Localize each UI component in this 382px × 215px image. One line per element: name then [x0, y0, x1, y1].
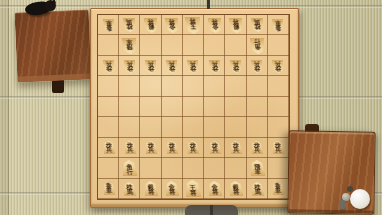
board-cell-3b[interactable] [225, 35, 246, 55]
piece-P[interactable]: 歩兵 [229, 141, 242, 154]
piece-p[interactable]: 歩兵 [229, 60, 242, 73]
board-cell-2b[interactable]: 角行 [247, 35, 268, 55]
piece-N[interactable]: 桂馬 [123, 182, 137, 196]
piece-p[interactable]: 歩兵 [187, 60, 200, 73]
piece-kanji: 歩兵 [105, 60, 112, 72]
piece-G[interactable]: 金将 [164, 181, 180, 196]
board-cell-5e[interactable] [183, 97, 204, 117]
board-cell-3e[interactable] [225, 97, 246, 117]
board-cell-3f[interactable] [225, 117, 246, 137]
piece-kanji: 銀将 [232, 184, 239, 196]
piece-N[interactable]: 桂馬 [250, 182, 264, 196]
board-cell-3c[interactable]: 歩兵 [225, 56, 246, 76]
piece-kanji: 歩兵 [147, 142, 154, 154]
white-figurine-ball [350, 189, 370, 209]
piece-kanji: 香車 [105, 19, 112, 31]
board-cell-2d[interactable] [247, 76, 268, 96]
piece-s[interactable]: 銀将 [228, 18, 244, 33]
board-cell-4d[interactable] [204, 76, 225, 96]
board-cell-2a[interactable]: 桂馬 [247, 15, 268, 35]
board-cell-6e[interactable] [162, 97, 183, 117]
board-cell-5d[interactable] [183, 76, 204, 96]
board-cell-8d[interactable] [119, 76, 140, 96]
board-cell-5b[interactable] [183, 35, 204, 55]
board-cell-8f[interactable] [119, 117, 140, 137]
board-cell-3d[interactable] [225, 76, 246, 96]
board-cell-4b[interactable] [204, 35, 225, 55]
board-cell-7h[interactable] [140, 158, 161, 178]
piece-S[interactable]: 銀将 [143, 181, 159, 196]
board-cell-6g[interactable]: 歩兵 [162, 138, 183, 158]
left-komadai[interactable] [15, 9, 92, 82]
piece-l[interactable]: 香車 [102, 19, 115, 32]
piece-kanji: 桂馬 [254, 184, 261, 196]
piece-kanji: 飛車 [254, 164, 261, 176]
board-cell-1c[interactable]: 歩兵 [268, 56, 289, 76]
board-cell-4c[interactable]: 歩兵 [204, 56, 225, 76]
board-cell-7b[interactable] [140, 35, 161, 55]
board-cell-9d[interactable] [98, 76, 119, 96]
board-cell-3a[interactable]: 銀将 [225, 15, 246, 35]
board-cell-6c[interactable]: 歩兵 [162, 56, 183, 76]
board-cell-5a[interactable]: 玉将 [183, 15, 204, 35]
piece-S[interactable]: 銀将 [228, 181, 244, 196]
board-cell-6f[interactable] [162, 117, 183, 137]
piece-kanji: 香車 [275, 183, 282, 195]
piece-k[interactable]: 玉将 [185, 17, 203, 34]
piece-kanji: 銀将 [147, 18, 154, 30]
piece-B[interactable]: 角行 [121, 160, 138, 176]
piece-p[interactable]: 歩兵 [208, 60, 221, 73]
piece-l[interactable]: 香車 [272, 19, 285, 32]
piece-kanji: 歩兵 [190, 60, 197, 72]
piece-g[interactable]: 金将 [164, 18, 180, 33]
piece-P[interactable]: 歩兵 [208, 141, 221, 154]
board-cell-8h[interactable]: 角行 [119, 158, 140, 178]
piece-kanji: 桂馬 [126, 184, 133, 196]
piece-kanji: 歩兵 [147, 60, 154, 72]
piece-R[interactable]: 飛車 [249, 160, 266, 176]
white-figurine-part [339, 200, 346, 209]
board-cell-1f[interactable] [268, 117, 289, 137]
piece-kanji: 金将 [168, 18, 175, 30]
piece-p[interactable]: 歩兵 [123, 60, 136, 73]
board-cell-5h[interactable] [183, 158, 204, 178]
board-cell-3h[interactable] [225, 158, 246, 178]
piece-n[interactable]: 桂馬 [250, 18, 264, 32]
piece-kanji: 香車 [105, 183, 112, 195]
piece-kanji: 歩兵 [275, 60, 282, 72]
board-cell-4f[interactable] [204, 117, 225, 137]
piece-kanji: 金将 [211, 184, 218, 196]
black-figurine [25, 0, 59, 20]
board-cell-9e[interactable] [98, 97, 119, 117]
piece-r[interactable]: 飛車 [121, 38, 138, 54]
piece-K[interactable]: 王将 [185, 180, 203, 197]
board-cell-6b[interactable] [162, 35, 183, 55]
piece-kanji: 桂馬 [126, 18, 133, 30]
piece-P[interactable]: 歩兵 [250, 141, 263, 154]
piece-kanji: 桂馬 [253, 18, 260, 30]
shogi-board: 香車桂馬銀将金将玉将金将銀将桂馬香車飛車角行歩兵歩兵歩兵歩兵歩兵歩兵歩兵歩兵歩兵… [90, 8, 299, 208]
piece-P[interactable]: 歩兵 [187, 141, 200, 154]
piece-s[interactable]: 銀将 [143, 18, 159, 33]
board-cell-7e[interactable] [140, 97, 161, 117]
piece-kanji: 王将 [190, 185, 197, 197]
board-cell-7g[interactable]: 歩兵 [140, 138, 161, 158]
board-cell-2h[interactable]: 飛車 [247, 158, 268, 178]
board-cell-7c[interactable]: 歩兵 [140, 56, 161, 76]
board-cell-8b[interactable]: 飛車 [119, 35, 140, 55]
piece-kanji: 歩兵 [169, 142, 176, 154]
board-grid: 香車桂馬銀将金将玉将金将銀将桂馬香車飛車角行歩兵歩兵歩兵歩兵歩兵歩兵歩兵歩兵歩兵… [97, 14, 290, 200]
piece-kanji: 銀将 [148, 184, 155, 196]
sente-player-knees [185, 205, 238, 215]
board-cell-8e[interactable] [119, 97, 140, 117]
board-cell-8a[interactable]: 桂馬 [119, 15, 140, 35]
piece-p[interactable]: 歩兵 [102, 60, 115, 73]
board-cell-9b[interactable] [98, 35, 119, 55]
board-cell-2c[interactable]: 歩兵 [247, 56, 268, 76]
board-cell-4h[interactable] [204, 158, 225, 178]
board-cell-8g[interactable]: 歩兵 [119, 138, 140, 158]
piece-kanji: 歩兵 [232, 60, 239, 72]
board-cell-4i[interactable]: 金将 [204, 179, 225, 199]
piece-P[interactable]: 歩兵 [166, 141, 179, 154]
board-cell-1a[interactable]: 香車 [268, 15, 289, 35]
piece-n[interactable]: 桂馬 [123, 18, 137, 32]
board-cell-9h[interactable] [98, 158, 119, 178]
piece-kanji: 玉将 [190, 17, 197, 29]
board-cell-4g[interactable]: 歩兵 [204, 138, 225, 158]
board-cell-6h[interactable] [162, 158, 183, 178]
board-cell-6d[interactable] [162, 76, 183, 96]
piece-kanji: 歩兵 [126, 60, 133, 72]
gote-player-knees [182, 0, 236, 9]
board-cell-7d[interactable] [140, 76, 161, 96]
board-cell-5i[interactable]: 王将 [183, 179, 204, 199]
piece-p[interactable]: 歩兵 [166, 60, 179, 73]
board-cell-1h[interactable] [268, 158, 289, 178]
board-cell-1d[interactable] [268, 76, 289, 96]
board-cell-9i[interactable]: 香車 [98, 179, 119, 199]
piece-p[interactable]: 歩兵 [144, 60, 157, 73]
piece-kanji: 歩兵 [211, 142, 218, 154]
knees-split [207, 0, 210, 9]
piece-P[interactable]: 歩兵 [102, 141, 115, 154]
piece-P[interactable]: 歩兵 [272, 141, 285, 154]
tatami-edge-strip [0, 0, 9, 215]
board-cell-1g[interactable]: 歩兵 [268, 138, 289, 158]
piece-p[interactable]: 歩兵 [250, 60, 263, 73]
piece-p[interactable]: 歩兵 [272, 60, 285, 73]
piece-kanji: 飛車 [126, 38, 133, 50]
piece-kanji: 歩兵 [105, 142, 112, 154]
piece-g[interactable]: 金将 [207, 18, 223, 33]
board-cell-4e[interactable] [204, 97, 225, 117]
board-cell-6a[interactable]: 金将 [162, 15, 183, 35]
board-cell-1e[interactable] [268, 97, 289, 117]
board-cell-1i[interactable]: 香車 [268, 179, 289, 199]
board-cell-9c[interactable]: 歩兵 [98, 56, 119, 76]
piece-kanji: 香車 [275, 19, 282, 31]
board-cell-5c[interactable]: 歩兵 [183, 56, 204, 76]
piece-L[interactable]: 香車 [102, 182, 115, 195]
piece-kanji: 歩兵 [169, 60, 176, 72]
left-komadai-leg [52, 79, 64, 93]
board-cell-9f[interactable] [98, 117, 119, 137]
piece-kanji: 歩兵 [211, 60, 218, 72]
board-cell-2g[interactable]: 歩兵 [247, 138, 268, 158]
board-cell-4a[interactable]: 金将 [204, 15, 225, 35]
piece-kanji: 角行 [253, 38, 260, 50]
piece-kanji: 金将 [211, 18, 218, 30]
board-cell-2e[interactable] [247, 97, 268, 117]
board-cell-2i[interactable]: 桂馬 [247, 179, 268, 199]
board-cell-2f[interactable] [247, 117, 268, 137]
piece-P[interactable]: 歩兵 [123, 141, 136, 154]
piece-kanji: 歩兵 [190, 142, 197, 154]
piece-kanji: 銀将 [232, 18, 239, 30]
piece-kanji: 歩兵 [126, 142, 133, 154]
board-cell-1b[interactable] [268, 35, 289, 55]
board-cell-7i[interactable]: 銀将 [140, 179, 161, 199]
piece-kanji: 歩兵 [253, 60, 260, 72]
piece-kanji: 歩兵 [232, 142, 239, 154]
board-cell-5f[interactable] [183, 117, 204, 137]
board-cell-3i[interactable]: 銀将 [225, 179, 246, 199]
board-cell-8c[interactable]: 歩兵 [119, 56, 140, 76]
board-cell-6i[interactable]: 金将 [162, 179, 183, 199]
board-cell-3g[interactable]: 歩兵 [225, 138, 246, 158]
piece-b[interactable]: 角行 [249, 38, 266, 54]
board-cell-5g[interactable]: 歩兵 [183, 138, 204, 158]
shogi-scene: 香車桂馬銀将金将玉将金将銀将桂馬香車飛車角行歩兵歩兵歩兵歩兵歩兵歩兵歩兵歩兵歩兵… [0, 0, 382, 215]
white-figurine [338, 184, 372, 214]
piece-kanji: 金将 [169, 184, 176, 196]
board-cell-9a[interactable]: 香車 [98, 15, 119, 35]
board-cell-7f[interactable] [140, 117, 161, 137]
board-cell-8i[interactable]: 桂馬 [119, 179, 140, 199]
piece-kanji: 角行 [126, 164, 133, 176]
piece-kanji: 歩兵 [275, 142, 282, 154]
piece-kanji: 歩兵 [254, 142, 261, 154]
piece-L[interactable]: 香車 [272, 182, 285, 195]
piece-G[interactable]: 金将 [207, 181, 223, 196]
knees-split [210, 205, 213, 215]
board-cell-9g[interactable]: 歩兵 [98, 138, 119, 158]
board-cell-7a[interactable]: 銀将 [140, 15, 161, 35]
piece-P[interactable]: 歩兵 [144, 141, 157, 154]
